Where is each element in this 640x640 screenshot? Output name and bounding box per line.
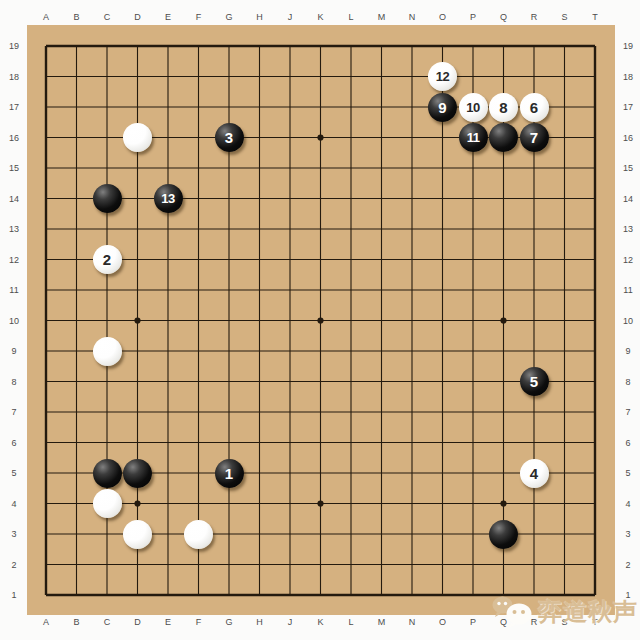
row-label-right: 7 (625, 407, 630, 417)
stone-white-f3 (184, 520, 213, 549)
stone-black-move-5: 5 (520, 367, 549, 396)
row-label-right: 17 (623, 102, 633, 112)
row-label-left: 2 (11, 560, 16, 570)
column-label-top: F (196, 12, 202, 22)
move-number: 13 (161, 192, 174, 205)
row-label-right: 2 (625, 560, 630, 570)
column-label-bottom: B (73, 617, 79, 627)
go-diagram: AABBCCDDEEFFGGHHJJKKLLMMNNOOPPQQRRSSTT19… (0, 0, 640, 640)
go-board: 12910861173132514 (31, 31, 611, 611)
stone-black-q3 (489, 520, 518, 549)
row-label-left: 1 (11, 590, 16, 600)
column-label-bottom: L (348, 617, 353, 627)
row-label-left: 6 (11, 438, 16, 448)
stone-white-d3 (123, 520, 152, 549)
stone-white-move-10: 10 (459, 93, 488, 122)
row-label-left: 4 (11, 499, 16, 509)
row-label-right: 16 (623, 133, 633, 143)
move-number: 8 (499, 100, 507, 115)
row-label-right: 6 (625, 438, 630, 448)
row-label-left: 5 (11, 468, 16, 478)
move-number: 7 (530, 130, 538, 145)
wechat-logo-icon (491, 594, 537, 630)
row-label-right: 3 (625, 529, 630, 539)
column-label-top: N (409, 12, 416, 22)
stone-black-move-9: 9 (428, 93, 457, 122)
stone-white-move-4: 4 (520, 459, 549, 488)
column-label-top: L (348, 12, 353, 22)
column-label-bottom: K (317, 617, 323, 627)
column-label-top: S (561, 12, 567, 22)
row-label-left: 13 (9, 224, 19, 234)
column-label-bottom: H (256, 617, 263, 627)
stone-white-move-12: 12 (428, 62, 457, 91)
row-label-right: 9 (625, 346, 630, 356)
row-label-left: 11 (9, 285, 18, 295)
column-label-top: P (470, 12, 476, 22)
row-label-left: 10 (9, 316, 19, 326)
stone-white-move-8: 8 (489, 93, 518, 122)
stone-white-move-2: 2 (93, 245, 122, 274)
row-label-left: 18 (9, 72, 19, 82)
row-label-right: 19 (623, 41, 633, 51)
row-label-right: 4 (625, 499, 630, 509)
stone-black-move-1: 1 (215, 459, 244, 488)
move-number: 6 (530, 100, 538, 115)
stone-black-q16 (489, 123, 518, 152)
move-number: 2 (103, 252, 111, 267)
row-label-right: 11 (623, 285, 632, 295)
row-label-right: 18 (623, 72, 633, 82)
column-label-top: C (104, 12, 111, 22)
move-number: 3 (225, 130, 233, 145)
column-label-top: K (317, 12, 323, 22)
column-label-bottom: M (378, 617, 386, 627)
row-label-left: 12 (9, 255, 19, 265)
row-label-left: 14 (9, 194, 19, 204)
stone-white-c9 (93, 337, 122, 366)
move-number: 11 (467, 131, 480, 144)
watermark-text: 弈道秋声 (538, 596, 638, 628)
column-label-top: E (165, 12, 171, 22)
column-label-top: J (288, 12, 293, 22)
move-number: 5 (530, 374, 538, 389)
row-label-left: 3 (11, 529, 16, 539)
column-label-bottom: J (288, 617, 293, 627)
move-number: 4 (530, 466, 538, 481)
stone-black-move-11: 11 (459, 123, 488, 152)
column-label-top: D (134, 12, 141, 22)
row-label-left: 7 (11, 407, 16, 417)
column-label-bottom: A (43, 617, 49, 627)
column-label-top: O (439, 12, 446, 22)
column-label-top: A (43, 12, 49, 22)
stone-black-c5 (93, 459, 122, 488)
row-label-right: 5 (625, 468, 630, 478)
column-label-bottom: C (104, 617, 111, 627)
stone-black-move-7: 7 (520, 123, 549, 152)
column-label-bottom: E (165, 617, 171, 627)
row-label-left: 17 (9, 102, 19, 112)
row-label-right: 13 (623, 224, 633, 234)
column-label-top: R (531, 12, 538, 22)
move-number: 10 (466, 101, 479, 114)
stone-black-move-13: 13 (154, 184, 183, 213)
column-label-bottom: P (470, 617, 476, 627)
column-label-top: G (225, 12, 232, 22)
row-label-right: 14 (623, 194, 633, 204)
row-label-left: 19 (9, 41, 19, 51)
row-label-right: 15 (623, 163, 633, 173)
row-label-left: 9 (11, 346, 16, 356)
stone-black-d5 (123, 459, 152, 488)
stone-white-move-6: 6 (520, 93, 549, 122)
column-label-bottom: F (196, 617, 202, 627)
row-label-right: 8 (625, 377, 630, 387)
row-label-right: 12 (623, 255, 633, 265)
stone-black-move-3: 3 (215, 123, 244, 152)
column-label-top: T (592, 12, 598, 22)
watermark: 弈道秋声 (491, 594, 638, 630)
move-number: 12 (436, 70, 449, 83)
row-label-left: 8 (11, 377, 16, 387)
stone-black-c14 (93, 184, 122, 213)
column-label-top: H (256, 12, 263, 22)
stone-white-c4 (93, 489, 122, 518)
row-label-left: 16 (9, 133, 19, 143)
column-label-top: Q (500, 12, 507, 22)
column-label-bottom: N (409, 617, 416, 627)
column-label-bottom: G (225, 617, 232, 627)
row-label-left: 15 (9, 163, 19, 173)
row-label-right: 10 (623, 316, 633, 326)
stone-white-d16 (123, 123, 152, 152)
column-label-bottom: D (134, 617, 141, 627)
move-number: 9 (438, 100, 446, 115)
column-label-top: B (73, 12, 79, 22)
column-label-bottom: O (439, 617, 446, 627)
column-label-top: M (378, 12, 386, 22)
move-number: 1 (225, 466, 233, 481)
